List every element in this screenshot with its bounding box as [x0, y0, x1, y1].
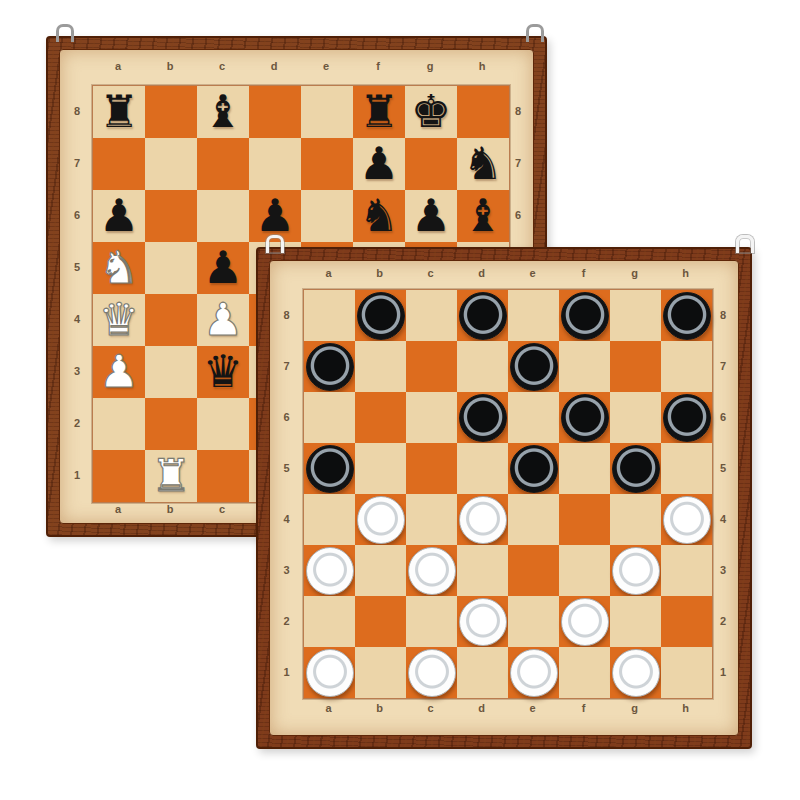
chess-square-h6[interactable]: ♝ — [457, 190, 509, 242]
black-man[interactable] — [663, 394, 711, 442]
checkers-square-d2[interactable] — [457, 596, 508, 647]
black-man[interactable] — [612, 445, 660, 493]
checkers-square-a1[interactable] — [304, 647, 355, 698]
chess-file-label-c: c — [196, 503, 248, 515]
checkers-square-g5[interactable] — [610, 443, 661, 494]
chess-square-a3[interactable]: ♟ — [93, 346, 145, 398]
chess-square-a2[interactable] — [93, 398, 145, 450]
chess-square-b6[interactable] — [145, 190, 197, 242]
chess-square-b1[interactable]: ♜ — [145, 450, 197, 502]
checkers-square-f6[interactable] — [559, 392, 610, 443]
checkers-square-a8[interactable] — [304, 290, 355, 341]
white-queen[interactable]: ♛ — [99, 294, 139, 346]
black-man[interactable] — [561, 292, 609, 340]
chess-rank-labels-left: 87654321 — [62, 85, 92, 501]
white-man[interactable] — [408, 649, 456, 697]
chess-square-g8[interactable]: ♚ — [405, 86, 457, 138]
chess-rank-label-8: 8 — [508, 85, 528, 137]
chess-square-c7[interactable] — [197, 138, 249, 190]
checkers-square-g2[interactable] — [610, 596, 661, 647]
checkers-square-e2[interactable] — [508, 596, 559, 647]
white-man[interactable] — [612, 547, 660, 595]
chess-square-a7[interactable] — [93, 138, 145, 190]
checkers-square-e3[interactable] — [508, 545, 559, 596]
chess-square-f8[interactable]: ♜ — [353, 86, 405, 138]
black-rook[interactable]: ♜ — [359, 86, 399, 138]
chess-square-g7[interactable] — [405, 138, 457, 190]
checkers-square-c1[interactable] — [406, 647, 457, 698]
checkers-square-b4[interactable] — [355, 494, 406, 545]
checkers-square-g1[interactable] — [610, 647, 661, 698]
checkers-square-g6[interactable] — [610, 392, 661, 443]
chess-rank-label-4: 4 — [62, 293, 92, 345]
chess-rank-label-1: 1 — [62, 449, 92, 501]
checkers-rank-label-7: 7 — [272, 340, 301, 391]
checkers-square-g4[interactable] — [610, 494, 661, 545]
chess-square-b3[interactable] — [145, 346, 197, 398]
checkers-file-label-c: c — [405, 267, 456, 279]
checkers-rank-label-5: 5 — [272, 442, 301, 493]
checkers-board: abcdefgh abcdefgh 87654321 87654321 — [256, 247, 752, 749]
black-man[interactable] — [510, 445, 558, 493]
scene: abcdefgh abcdefgh 87654321 87654321 ♜♝♜♚… — [0, 0, 800, 800]
chess-square-a1[interactable] — [93, 450, 145, 502]
checkers-square-d5[interactable] — [457, 443, 508, 494]
black-pawn[interactable]: ♟ — [359, 138, 399, 190]
hanging-loop-icon — [526, 24, 544, 42]
checkers-square-g7[interactable] — [610, 341, 661, 392]
checkers-rank-label-4: 4 — [711, 493, 735, 544]
chess-rank-label-6: 6 — [62, 189, 92, 241]
checkers-square-h4[interactable] — [661, 494, 712, 545]
hanging-loop-icon — [56, 24, 74, 42]
chess-square-a4[interactable]: ♛ — [93, 294, 145, 346]
checkers-rank-label-3: 3 — [272, 544, 301, 595]
chess-square-b7[interactable] — [145, 138, 197, 190]
checkers-rank-label-1: 1 — [711, 646, 735, 697]
checkers-square-e4[interactable] — [508, 494, 559, 545]
chess-square-h8[interactable] — [457, 86, 509, 138]
checkers-rank-label-4: 4 — [272, 493, 301, 544]
chess-file-label-e: e — [300, 60, 352, 72]
checkers-square-a6[interactable] — [304, 392, 355, 443]
black-knight[interactable]: ♞ — [359, 190, 399, 242]
checkers-file-label-f: f — [558, 702, 609, 714]
checkers-square-g3[interactable] — [610, 545, 661, 596]
white-man[interactable] — [510, 649, 558, 697]
checkers-square-c2[interactable] — [406, 596, 457, 647]
black-man[interactable] — [561, 394, 609, 442]
checkers-square-c7[interactable] — [406, 341, 457, 392]
checkers-square-c3[interactable] — [406, 545, 457, 596]
checkers-square-b6[interactable] — [355, 392, 406, 443]
checkers-grid — [303, 289, 713, 699]
chess-square-f7[interactable]: ♟ — [353, 138, 405, 190]
checkers-file-label-b: b — [354, 267, 405, 279]
white-man[interactable] — [663, 496, 711, 544]
chess-square-c3[interactable]: ♛ — [197, 346, 249, 398]
checkers-rank-label-8: 8 — [711, 289, 735, 340]
checkers-rank-label-3: 3 — [711, 544, 735, 595]
checkers-square-e1[interactable] — [508, 647, 559, 698]
checkers-square-c8[interactable] — [406, 290, 457, 341]
checkers-square-f4[interactable] — [559, 494, 610, 545]
chess-rank-label-8: 8 — [62, 85, 92, 137]
chess-square-d7[interactable] — [249, 138, 301, 190]
checkers-file-label-e: e — [507, 267, 558, 279]
checkers-square-d1[interactable] — [457, 647, 508, 698]
checkers-file-label-h: h — [660, 267, 711, 279]
checkers-file-label-e: e — [507, 702, 558, 714]
white-man[interactable] — [408, 547, 456, 595]
checkers-file-label-c: c — [405, 702, 456, 714]
chess-file-label-b: b — [144, 503, 196, 515]
white-pawn[interactable]: ♟ — [99, 346, 139, 398]
checkers-file-label-a: a — [303, 702, 354, 714]
chess-file-label-b: b — [144, 60, 196, 72]
chess-file-label-h: h — [456, 60, 508, 72]
checkers-square-a7[interactable] — [304, 341, 355, 392]
black-rook[interactable]: ♜ — [99, 86, 139, 138]
chess-square-g6[interactable]: ♟ — [405, 190, 457, 242]
chess-square-b2[interactable] — [145, 398, 197, 450]
checkers-file-label-b: b — [354, 702, 405, 714]
checkers-square-h1[interactable] — [661, 647, 712, 698]
checkers-file-label-f: f — [558, 267, 609, 279]
chess-square-c8[interactable]: ♝ — [197, 86, 249, 138]
chess-square-b5[interactable] — [145, 242, 197, 294]
checkers-square-a5[interactable] — [304, 443, 355, 494]
checkers-square-e5[interactable] — [508, 443, 559, 494]
checkers-rank-label-7: 7 — [711, 340, 735, 391]
white-rook[interactable]: ♜ — [151, 450, 191, 502]
checkers-square-g8[interactable] — [610, 290, 661, 341]
white-man[interactable] — [306, 649, 354, 697]
checkers-square-d8[interactable] — [457, 290, 508, 341]
chess-square-d8[interactable] — [249, 86, 301, 138]
checkers-square-a2[interactable] — [304, 596, 355, 647]
chess-square-a8[interactable]: ♜ — [93, 86, 145, 138]
white-man[interactable] — [306, 547, 354, 595]
checkers-board-panel: abcdefgh abcdefgh 87654321 87654321 — [269, 260, 739, 736]
checkers-square-h3[interactable] — [661, 545, 712, 596]
chess-square-f6[interactable]: ♞ — [353, 190, 405, 242]
checkers-square-b2[interactable] — [355, 596, 406, 647]
black-man[interactable] — [459, 394, 507, 442]
checkers-file-labels-top: abcdefgh — [303, 267, 711, 279]
checkers-square-e7[interactable] — [508, 341, 559, 392]
chess-file-label-c: c — [196, 60, 248, 72]
checkers-square-f7[interactable] — [559, 341, 610, 392]
checkers-square-e6[interactable] — [508, 392, 559, 443]
chess-rank-label-6: 6 — [508, 189, 528, 241]
chess-file-labels-top: abcdefgh — [92, 60, 508, 72]
checkers-square-b1[interactable] — [355, 647, 406, 698]
checkers-square-h5[interactable] — [661, 443, 712, 494]
checkers-square-d4[interactable] — [457, 494, 508, 545]
checkers-file-label-d: d — [456, 702, 507, 714]
chess-square-c6[interactable] — [197, 190, 249, 242]
black-man[interactable] — [357, 292, 405, 340]
chess-rank-label-3: 3 — [62, 345, 92, 397]
checkers-rank-label-6: 6 — [711, 391, 735, 442]
checkers-square-f5[interactable] — [559, 443, 610, 494]
chess-square-a5[interactable]: ♞ — [93, 242, 145, 294]
chess-square-e6[interactable] — [301, 190, 353, 242]
black-bishop[interactable]: ♝ — [203, 86, 243, 138]
chess-square-b4[interactable] — [145, 294, 197, 346]
black-queen[interactable]: ♛ — [203, 346, 243, 398]
black-man[interactable] — [459, 292, 507, 340]
checkers-square-h6[interactable] — [661, 392, 712, 443]
black-bishop[interactable]: ♝ — [463, 190, 503, 242]
checkers-rank-label-2: 2 — [272, 595, 301, 646]
checkers-square-f1[interactable] — [559, 647, 610, 698]
black-pawn[interactable]: ♟ — [203, 242, 243, 294]
chess-square-a6[interactable]: ♟ — [93, 190, 145, 242]
chess-square-c1[interactable] — [197, 450, 249, 502]
checkers-rank-labels-right: 87654321 — [711, 289, 735, 697]
checkers-square-h2[interactable] — [661, 596, 712, 647]
white-knight[interactable]: ♞ — [99, 242, 139, 294]
chess-file-label-a: a — [92, 60, 144, 72]
chess-file-label-a: a — [92, 503, 144, 515]
hanging-loop-icon — [736, 235, 754, 253]
chess-square-b8[interactable] — [145, 86, 197, 138]
white-pawn[interactable]: ♟ — [203, 294, 243, 346]
checkers-square-d6[interactable] — [457, 392, 508, 443]
black-knight[interactable]: ♞ — [463, 138, 503, 190]
chess-rank-label-7: 7 — [508, 137, 528, 189]
chess-file-label-f: f — [352, 60, 404, 72]
checkers-square-c5[interactable] — [406, 443, 457, 494]
checkers-square-b8[interactable] — [355, 290, 406, 341]
white-man[interactable] — [561, 598, 609, 646]
checkers-rank-label-1: 1 — [272, 646, 301, 697]
checkers-square-a3[interactable] — [304, 545, 355, 596]
white-man[interactable] — [459, 496, 507, 544]
chess-rank-label-2: 2 — [62, 397, 92, 449]
white-man[interactable] — [459, 598, 507, 646]
hanging-loop-icon — [266, 235, 284, 253]
white-man[interactable] — [357, 496, 405, 544]
checkers-rank-label-8: 8 — [272, 289, 301, 340]
chess-file-label-g: g — [404, 60, 456, 72]
checkers-square-f3[interactable] — [559, 545, 610, 596]
black-pawn[interactable]: ♟ — [99, 190, 139, 242]
checkers-square-d7[interactable] — [457, 341, 508, 392]
checkers-square-h8[interactable] — [661, 290, 712, 341]
checkers-square-c4[interactable] — [406, 494, 457, 545]
chess-square-e7[interactable] — [301, 138, 353, 190]
checkers-file-label-g: g — [609, 702, 660, 714]
black-man[interactable] — [663, 292, 711, 340]
chess-square-e8[interactable] — [301, 86, 353, 138]
chess-square-c5[interactable]: ♟ — [197, 242, 249, 294]
checkers-file-labels-bottom: abcdefgh — [303, 702, 711, 714]
chess-square-c4[interactable]: ♟ — [197, 294, 249, 346]
checkers-square-b3[interactable] — [355, 545, 406, 596]
checkers-square-f2[interactable] — [559, 596, 610, 647]
checkers-rank-label-5: 5 — [711, 442, 735, 493]
checkers-square-h7[interactable] — [661, 341, 712, 392]
black-man[interactable] — [306, 343, 354, 391]
white-man[interactable] — [612, 649, 660, 697]
checkers-file-label-h: h — [660, 702, 711, 714]
chess-rank-label-7: 7 — [62, 137, 92, 189]
chess-rank-label-5: 5 — [62, 241, 92, 293]
checkers-file-label-g: g — [609, 267, 660, 279]
black-man[interactable] — [306, 445, 354, 493]
checkers-rank-label-6: 6 — [272, 391, 301, 442]
checkers-square-b7[interactable] — [355, 341, 406, 392]
checkers-square-e8[interactable] — [508, 290, 559, 341]
black-pawn[interactable]: ♟ — [411, 190, 451, 242]
checkers-square-f8[interactable] — [559, 290, 610, 341]
checkers-square-d3[interactable] — [457, 545, 508, 596]
black-king[interactable]: ♚ — [411, 86, 451, 138]
checkers-square-a4[interactable] — [304, 494, 355, 545]
black-man[interactable] — [510, 343, 558, 391]
checkers-file-label-a: a — [303, 267, 354, 279]
checkers-rank-labels-left: 87654321 — [272, 289, 301, 697]
chess-square-h7[interactable]: ♞ — [457, 138, 509, 190]
checkers-square-c6[interactable] — [406, 392, 457, 443]
chess-square-c2[interactable] — [197, 398, 249, 450]
checkers-rank-label-2: 2 — [711, 595, 735, 646]
checkers-file-label-d: d — [456, 267, 507, 279]
chess-file-label-d: d — [248, 60, 300, 72]
checkers-square-b5[interactable] — [355, 443, 406, 494]
